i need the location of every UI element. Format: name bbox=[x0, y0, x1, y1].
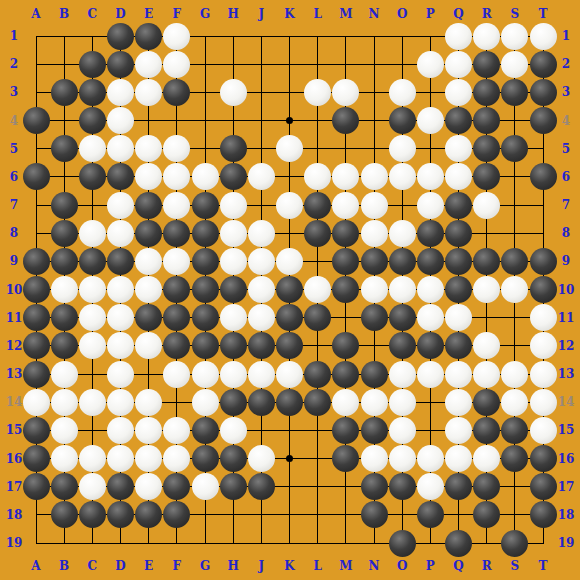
stone-black bbox=[473, 163, 500, 190]
stone-black bbox=[248, 473, 275, 500]
stone-black bbox=[192, 445, 219, 472]
stone-black bbox=[163, 304, 190, 331]
stone-white bbox=[389, 445, 416, 472]
stone-white bbox=[501, 23, 528, 50]
column-label: G bbox=[193, 5, 217, 23]
stone-black bbox=[79, 248, 106, 275]
stone-white bbox=[389, 79, 416, 106]
stone-black bbox=[163, 220, 190, 247]
stone-white bbox=[79, 473, 106, 500]
stone-black bbox=[51, 192, 78, 219]
stone-black bbox=[276, 304, 303, 331]
stone-white bbox=[389, 220, 416, 247]
column-label: S bbox=[503, 557, 527, 575]
row-label: 1 bbox=[554, 27, 578, 45]
stone-white bbox=[135, 276, 162, 303]
stone-black bbox=[276, 332, 303, 359]
stone-black bbox=[51, 248, 78, 275]
stone-white bbox=[501, 276, 528, 303]
stone-black bbox=[248, 332, 275, 359]
stone-black bbox=[23, 473, 50, 500]
stone-white bbox=[304, 79, 331, 106]
stone-black bbox=[220, 389, 247, 416]
stone-white bbox=[473, 445, 500, 472]
stone-black bbox=[530, 51, 557, 78]
star-point bbox=[286, 117, 293, 124]
stone-white bbox=[192, 163, 219, 190]
stone-black bbox=[135, 220, 162, 247]
column-label: P bbox=[418, 557, 442, 575]
row-label: 9 bbox=[554, 252, 578, 270]
stone-black bbox=[51, 220, 78, 247]
stone-white bbox=[248, 163, 275, 190]
star-point bbox=[286, 455, 293, 462]
stone-black bbox=[79, 51, 106, 78]
stone-white bbox=[107, 332, 134, 359]
stone-black bbox=[304, 304, 331, 331]
stone-white bbox=[107, 107, 134, 134]
stone-black bbox=[192, 417, 219, 444]
stone-black bbox=[163, 332, 190, 359]
row-label: 14 bbox=[554, 393, 578, 411]
stone-white bbox=[220, 304, 247, 331]
stone-black bbox=[79, 107, 106, 134]
stone-black bbox=[23, 107, 50, 134]
stone-black bbox=[332, 332, 359, 359]
stone-black bbox=[361, 304, 388, 331]
stone-black bbox=[304, 192, 331, 219]
stone-black bbox=[445, 332, 472, 359]
stone-white bbox=[332, 79, 359, 106]
row-label: 11 bbox=[2, 309, 26, 327]
stone-white bbox=[51, 389, 78, 416]
stone-white bbox=[107, 79, 134, 106]
stone-black bbox=[473, 51, 500, 78]
stone-black bbox=[361, 501, 388, 528]
stone-white bbox=[473, 276, 500, 303]
stone-white bbox=[361, 192, 388, 219]
stone-black bbox=[530, 445, 557, 472]
stone-black bbox=[445, 530, 472, 557]
row-label: 19 bbox=[554, 534, 578, 552]
column-label: P bbox=[418, 5, 442, 23]
column-label: R bbox=[475, 557, 499, 575]
stone-white bbox=[192, 361, 219, 388]
stone-black bbox=[192, 248, 219, 275]
stone-white bbox=[361, 163, 388, 190]
row-label: 5 bbox=[554, 140, 578, 158]
column-label: E bbox=[137, 5, 161, 23]
row-label: 6 bbox=[2, 168, 26, 186]
stone-black bbox=[473, 389, 500, 416]
stone-white bbox=[501, 51, 528, 78]
stone-black bbox=[192, 220, 219, 247]
stone-black bbox=[107, 23, 134, 50]
stone-white bbox=[163, 51, 190, 78]
stone-white bbox=[107, 135, 134, 162]
column-label: G bbox=[193, 557, 217, 575]
stone-white bbox=[501, 361, 528, 388]
stone-black bbox=[107, 163, 134, 190]
stone-white bbox=[135, 135, 162, 162]
stone-black bbox=[163, 473, 190, 500]
stone-black bbox=[389, 107, 416, 134]
stone-white bbox=[530, 332, 557, 359]
stone-black bbox=[107, 51, 134, 78]
stone-white bbox=[417, 361, 444, 388]
stone-white bbox=[530, 23, 557, 50]
row-label: 10 bbox=[2, 281, 26, 299]
stone-black bbox=[79, 79, 106, 106]
stone-black bbox=[361, 361, 388, 388]
column-label: S bbox=[503, 5, 527, 23]
column-label: T bbox=[531, 557, 555, 575]
stone-white bbox=[107, 220, 134, 247]
stone-black bbox=[530, 163, 557, 190]
stone-white bbox=[79, 304, 106, 331]
column-label: J bbox=[249, 557, 273, 575]
stone-white bbox=[445, 23, 472, 50]
stone-white bbox=[163, 445, 190, 472]
stone-white bbox=[135, 163, 162, 190]
row-label: 18 bbox=[2, 506, 26, 524]
stone-black bbox=[501, 135, 528, 162]
stone-black bbox=[304, 361, 331, 388]
stone-white bbox=[79, 135, 106, 162]
stone-black bbox=[51, 332, 78, 359]
stone-black bbox=[332, 107, 359, 134]
row-label: 12 bbox=[554, 337, 578, 355]
stone-white bbox=[445, 389, 472, 416]
stone-white bbox=[79, 220, 106, 247]
stone-white bbox=[361, 389, 388, 416]
stone-black bbox=[192, 332, 219, 359]
stone-white bbox=[417, 107, 444, 134]
stone-black bbox=[23, 276, 50, 303]
stone-black bbox=[417, 248, 444, 275]
column-label: J bbox=[249, 5, 273, 23]
stone-white bbox=[445, 79, 472, 106]
stone-black bbox=[445, 192, 472, 219]
stone-white bbox=[361, 220, 388, 247]
row-label: 15 bbox=[2, 421, 26, 439]
column-label: H bbox=[221, 5, 245, 23]
stone-black bbox=[107, 248, 134, 275]
stone-white bbox=[163, 361, 190, 388]
stone-white bbox=[248, 248, 275, 275]
stone-white bbox=[276, 135, 303, 162]
row-label: 11 bbox=[554, 309, 578, 327]
stone-black bbox=[220, 473, 247, 500]
stone-white bbox=[389, 389, 416, 416]
stone-white bbox=[135, 417, 162, 444]
column-label: T bbox=[531, 5, 555, 23]
stone-black bbox=[51, 473, 78, 500]
stone-white bbox=[417, 51, 444, 78]
stone-white bbox=[417, 445, 444, 472]
row-label: 7 bbox=[2, 196, 26, 214]
stone-black bbox=[417, 220, 444, 247]
stone-white bbox=[192, 473, 219, 500]
stone-black bbox=[51, 79, 78, 106]
stone-white bbox=[473, 23, 500, 50]
row-label: 4 bbox=[554, 112, 578, 130]
row-label: 17 bbox=[2, 478, 26, 496]
stone-white bbox=[332, 389, 359, 416]
stone-white bbox=[248, 220, 275, 247]
stone-black bbox=[51, 501, 78, 528]
column-label: A bbox=[24, 557, 48, 575]
stone-white bbox=[332, 192, 359, 219]
stone-black bbox=[501, 417, 528, 444]
stone-white bbox=[51, 445, 78, 472]
stone-black bbox=[79, 163, 106, 190]
column-label: E bbox=[137, 557, 161, 575]
stone-white bbox=[135, 51, 162, 78]
stone-black bbox=[163, 79, 190, 106]
stone-white bbox=[361, 445, 388, 472]
stone-black bbox=[361, 473, 388, 500]
stone-black bbox=[276, 389, 303, 416]
stone-black bbox=[23, 445, 50, 472]
stone-white bbox=[389, 276, 416, 303]
stone-black bbox=[530, 79, 557, 106]
stone-white bbox=[445, 445, 472, 472]
column-label: D bbox=[109, 5, 133, 23]
stone-white bbox=[304, 163, 331, 190]
stone-black bbox=[192, 192, 219, 219]
stone-white bbox=[248, 304, 275, 331]
stone-white bbox=[163, 192, 190, 219]
row-label: 5 bbox=[2, 140, 26, 158]
stone-black bbox=[220, 163, 247, 190]
stone-black bbox=[220, 276, 247, 303]
stone-white bbox=[135, 445, 162, 472]
stone-white bbox=[107, 417, 134, 444]
stone-white bbox=[79, 445, 106, 472]
stone-white bbox=[473, 332, 500, 359]
row-label: 3 bbox=[2, 83, 26, 101]
stone-white bbox=[135, 332, 162, 359]
stone-white bbox=[51, 361, 78, 388]
stone-white bbox=[135, 79, 162, 106]
column-label: B bbox=[52, 557, 76, 575]
stone-black bbox=[135, 501, 162, 528]
column-label: Q bbox=[447, 557, 471, 575]
row-label: 9 bbox=[2, 252, 26, 270]
column-label: N bbox=[362, 557, 386, 575]
stone-black bbox=[501, 445, 528, 472]
stone-black bbox=[51, 135, 78, 162]
stone-white bbox=[389, 135, 416, 162]
row-label: 3 bbox=[554, 83, 578, 101]
row-label: 13 bbox=[2, 365, 26, 383]
stone-black bbox=[389, 530, 416, 557]
column-label: Q bbox=[447, 5, 471, 23]
column-label: K bbox=[278, 557, 302, 575]
stone-white bbox=[417, 276, 444, 303]
stone-black bbox=[473, 248, 500, 275]
stone-white bbox=[473, 361, 500, 388]
stone-black bbox=[304, 389, 331, 416]
stone-white bbox=[361, 276, 388, 303]
stone-black bbox=[163, 501, 190, 528]
column-label: O bbox=[390, 5, 414, 23]
stone-white bbox=[23, 389, 50, 416]
stone-white bbox=[473, 192, 500, 219]
stone-black bbox=[135, 304, 162, 331]
row-label: 19 bbox=[2, 534, 26, 552]
stone-black bbox=[530, 473, 557, 500]
column-label: F bbox=[165, 5, 189, 23]
row-label: 7 bbox=[554, 196, 578, 214]
stone-white bbox=[107, 389, 134, 416]
stone-black bbox=[445, 220, 472, 247]
stone-black bbox=[473, 473, 500, 500]
stone-black bbox=[361, 417, 388, 444]
column-label: D bbox=[109, 557, 133, 575]
stone-white bbox=[389, 361, 416, 388]
stone-white bbox=[417, 192, 444, 219]
stone-black bbox=[79, 501, 106, 528]
stone-black bbox=[23, 332, 50, 359]
stone-black bbox=[332, 417, 359, 444]
stone-white bbox=[163, 163, 190, 190]
column-label: R bbox=[475, 5, 499, 23]
row-label: 2 bbox=[2, 55, 26, 73]
column-label: H bbox=[221, 557, 245, 575]
stone-white bbox=[445, 361, 472, 388]
column-label: L bbox=[306, 5, 330, 23]
stone-black bbox=[389, 332, 416, 359]
stone-white bbox=[220, 220, 247, 247]
column-label: M bbox=[334, 557, 358, 575]
column-label: A bbox=[24, 5, 48, 23]
row-label: 8 bbox=[554, 224, 578, 242]
row-label: 13 bbox=[554, 365, 578, 383]
stone-white bbox=[79, 276, 106, 303]
stone-white bbox=[107, 361, 134, 388]
row-label: 16 bbox=[2, 450, 26, 468]
column-label: C bbox=[80, 5, 104, 23]
column-label: K bbox=[278, 5, 302, 23]
stone-white bbox=[192, 389, 219, 416]
column-label: L bbox=[306, 557, 330, 575]
stone-white bbox=[445, 163, 472, 190]
go-board[interactable]: AABBCCDDEEFFGGHHJJKKLLMMNNOOPPQQRRSSTT11… bbox=[0, 0, 580, 580]
stone-white bbox=[445, 304, 472, 331]
stone-white bbox=[417, 473, 444, 500]
stone-white bbox=[530, 361, 557, 388]
row-label: 12 bbox=[2, 337, 26, 355]
row-label: 17 bbox=[554, 478, 578, 496]
stone-white bbox=[248, 276, 275, 303]
stone-white bbox=[135, 389, 162, 416]
stone-white bbox=[79, 389, 106, 416]
stone-white bbox=[276, 361, 303, 388]
stone-black bbox=[473, 417, 500, 444]
stone-black bbox=[473, 79, 500, 106]
stone-white bbox=[445, 51, 472, 78]
stone-white bbox=[530, 389, 557, 416]
stone-black bbox=[530, 276, 557, 303]
stone-white bbox=[51, 276, 78, 303]
stone-black bbox=[107, 501, 134, 528]
stone-black bbox=[530, 107, 557, 134]
stone-black bbox=[220, 445, 247, 472]
stone-black bbox=[220, 332, 247, 359]
stone-black bbox=[445, 248, 472, 275]
stone-white bbox=[530, 304, 557, 331]
stone-black bbox=[107, 473, 134, 500]
stone-white bbox=[135, 473, 162, 500]
stone-black bbox=[23, 248, 50, 275]
stone-white bbox=[417, 163, 444, 190]
stone-white bbox=[51, 417, 78, 444]
stone-black bbox=[361, 248, 388, 275]
stone-black bbox=[163, 276, 190, 303]
row-label: 2 bbox=[554, 55, 578, 73]
column-label: B bbox=[52, 5, 76, 23]
row-label: 4 bbox=[2, 112, 26, 130]
stone-white bbox=[107, 304, 134, 331]
stone-white bbox=[220, 417, 247, 444]
stone-black bbox=[332, 248, 359, 275]
stone-white bbox=[501, 389, 528, 416]
stone-black bbox=[23, 361, 50, 388]
stone-black bbox=[192, 304, 219, 331]
stone-white bbox=[445, 417, 472, 444]
stone-black bbox=[23, 163, 50, 190]
column-label: C bbox=[80, 557, 104, 575]
column-label: O bbox=[390, 557, 414, 575]
stone-white bbox=[79, 332, 106, 359]
column-label: F bbox=[165, 557, 189, 575]
stone-black bbox=[389, 473, 416, 500]
row-label: 1 bbox=[2, 27, 26, 45]
stone-white bbox=[445, 135, 472, 162]
stone-white bbox=[220, 79, 247, 106]
stone-black bbox=[248, 389, 275, 416]
stone-white bbox=[163, 248, 190, 275]
stone-black bbox=[445, 276, 472, 303]
stone-black bbox=[501, 530, 528, 557]
stone-black bbox=[332, 276, 359, 303]
column-label: M bbox=[334, 5, 358, 23]
stone-white bbox=[417, 304, 444, 331]
stone-black bbox=[445, 473, 472, 500]
stone-black bbox=[304, 220, 331, 247]
stone-black bbox=[501, 79, 528, 106]
row-label: 8 bbox=[2, 224, 26, 242]
stone-black bbox=[23, 417, 50, 444]
stone-white bbox=[389, 163, 416, 190]
stone-black bbox=[417, 501, 444, 528]
stone-white bbox=[276, 192, 303, 219]
stone-black bbox=[530, 501, 557, 528]
row-label: 15 bbox=[554, 421, 578, 439]
stone-white bbox=[530, 417, 557, 444]
row-label: 18 bbox=[554, 506, 578, 524]
stone-white bbox=[220, 192, 247, 219]
row-label: 14 bbox=[2, 393, 26, 411]
stone-black bbox=[445, 107, 472, 134]
stone-black bbox=[51, 304, 78, 331]
stone-black bbox=[135, 192, 162, 219]
stone-black bbox=[389, 248, 416, 275]
stone-black bbox=[135, 23, 162, 50]
stone-white bbox=[248, 445, 275, 472]
